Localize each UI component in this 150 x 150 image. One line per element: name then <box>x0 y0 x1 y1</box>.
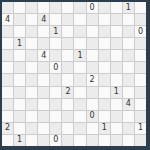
cell-r10c10[interactable] <box>123 123 134 134</box>
cell-r4c2[interactable] <box>26 50 37 61</box>
cell-r8c4[interactable] <box>50 99 61 110</box>
cell-r5c3[interactable] <box>38 62 49 73</box>
cell-r11c0[interactable] <box>2 135 13 146</box>
clue-r3c1-value-1[interactable]: 1 <box>14 38 25 49</box>
cell-r3c7[interactable] <box>87 38 98 49</box>
clue-r5c4-value-0[interactable]: 0 <box>50 62 61 73</box>
cell-r2c6[interactable] <box>74 26 85 37</box>
cell-r4c10[interactable] <box>123 50 134 61</box>
cell-r2c8[interactable] <box>99 26 110 37</box>
cell-r1c11[interactable] <box>135 14 146 25</box>
cell-r6c1[interactable] <box>14 74 25 85</box>
cell-r1c2[interactable] <box>26 14 37 25</box>
cell-r10c7[interactable] <box>87 123 98 134</box>
cell-r9c3[interactable] <box>38 111 49 122</box>
cell-r7c1[interactable] <box>14 87 25 98</box>
cell-r9c1[interactable] <box>14 111 25 122</box>
cell-r6c5[interactable] <box>62 74 73 85</box>
clue-r7c9-value-1[interactable]: 1 <box>111 87 122 98</box>
cell-r3c9[interactable] <box>111 38 122 49</box>
cell-r1c5[interactable] <box>62 14 73 25</box>
cell-r6c0[interactable] <box>2 74 13 85</box>
clue-r6c7-value-2[interactable]: 2 <box>87 74 98 85</box>
cell-r8c3[interactable] <box>38 99 49 110</box>
cell-r4c11[interactable] <box>135 50 146 61</box>
cell-r2c0[interactable] <box>2 26 13 37</box>
cell-r11c8[interactable] <box>99 135 110 146</box>
clue-r2c11-value-0[interactable]: 0 <box>135 26 146 37</box>
cell-r5c10[interactable] <box>123 62 134 73</box>
cell-r6c2[interactable] <box>26 74 37 85</box>
cell-r6c9[interactable] <box>111 74 122 85</box>
cell-r11c5[interactable] <box>62 135 73 146</box>
cell-r3c10[interactable] <box>123 38 134 49</box>
cell-r4c7[interactable] <box>87 50 98 61</box>
clue-r0c7-value-0[interactable]: 0 <box>87 2 98 13</box>
clue-r9c7-value-0[interactable]: 0 <box>87 111 98 122</box>
clue-r0c10-value-1[interactable]: 1 <box>123 2 134 13</box>
clue-r2c4-value-1[interactable]: 1 <box>50 26 61 37</box>
cell-r7c7[interactable] <box>87 87 98 98</box>
cell-r8c11[interactable] <box>135 99 146 110</box>
clue-r10c11-value-1[interactable]: 1 <box>135 123 146 134</box>
cell-r8c6[interactable] <box>74 99 85 110</box>
clue-r10c8-value-1[interactable]: 1 <box>99 123 110 134</box>
cell-r3c6[interactable] <box>74 38 85 49</box>
cell-r11c10[interactable] <box>123 135 134 146</box>
cell-r7c8[interactable] <box>99 87 110 98</box>
cell-r10c5[interactable] <box>62 123 73 134</box>
cell-r0c2[interactable] <box>26 2 37 13</box>
cell-r11c11[interactable] <box>135 135 146 146</box>
cell-r2c7[interactable] <box>87 26 98 37</box>
cell-r8c2[interactable] <box>26 99 37 110</box>
cell-r5c2[interactable] <box>26 62 37 73</box>
cell-r2c10[interactable] <box>123 26 134 37</box>
cell-r3c11[interactable] <box>135 38 146 49</box>
clue-r11c4-value-0[interactable]: 0 <box>50 135 61 146</box>
cell-r5c1[interactable] <box>14 62 25 73</box>
cell-r9c10[interactable] <box>123 111 134 122</box>
cell-r4c1[interactable] <box>14 50 25 61</box>
cell-r11c2[interactable] <box>26 135 37 146</box>
cell-r3c0[interactable] <box>2 38 13 49</box>
puzzle-board: 01441014102214021110 <box>0 0 150 150</box>
cell-r4c5[interactable] <box>62 50 73 61</box>
clue-r4c3-value-4[interactable]: 4 <box>38 50 49 61</box>
cell-r6c8[interactable] <box>99 74 110 85</box>
cell-r10c4[interactable] <box>50 123 61 134</box>
cell-r8c7[interactable] <box>87 99 98 110</box>
cell-r9c0[interactable] <box>2 111 13 122</box>
cell-r7c11[interactable] <box>135 87 146 98</box>
clue-r1c3-value-4[interactable]: 4 <box>38 14 49 25</box>
clue-r11c1-value-1[interactable]: 1 <box>14 135 25 146</box>
cell-r6c10[interactable] <box>123 74 134 85</box>
clue-r8c10-value-4[interactable]: 4 <box>123 99 134 110</box>
cell-r1c4[interactable] <box>50 14 61 25</box>
cell-r2c1[interactable] <box>14 26 25 37</box>
cell-r10c6[interactable] <box>74 123 85 134</box>
cell-r11c3[interactable] <box>38 135 49 146</box>
cell-r9c8[interactable] <box>99 111 110 122</box>
cell-r4c4[interactable] <box>50 50 61 61</box>
cell-r8c9[interactable] <box>111 99 122 110</box>
cell-r5c9[interactable] <box>111 62 122 73</box>
cell-r2c5[interactable] <box>62 26 73 37</box>
cell-r0c5[interactable] <box>62 2 73 13</box>
cell-r8c8[interactable] <box>99 99 110 110</box>
cell-r0c1[interactable] <box>14 2 25 13</box>
cell-r9c11[interactable] <box>135 111 146 122</box>
cell-r1c10[interactable] <box>123 14 134 25</box>
cell-r7c10[interactable] <box>123 87 134 98</box>
cell-r11c9[interactable] <box>111 135 122 146</box>
cell-r7c6[interactable] <box>74 87 85 98</box>
cell-r6c4[interactable] <box>50 74 61 85</box>
cell-r3c5[interactable] <box>62 38 73 49</box>
cell-r5c8[interactable] <box>99 62 110 73</box>
cell-r3c3[interactable] <box>38 38 49 49</box>
cell-r0c8[interactable] <box>99 2 110 13</box>
clue-r7c5-value-2[interactable]: 2 <box>62 87 73 98</box>
cell-r10c1[interactable] <box>14 123 25 134</box>
cell-r7c2[interactable] <box>26 87 37 98</box>
cell-r7c4[interactable] <box>50 87 61 98</box>
cell-r0c3[interactable] <box>38 2 49 13</box>
cell-r0c4[interactable] <box>50 2 61 13</box>
cell-r3c8[interactable] <box>99 38 110 49</box>
cell-r0c0[interactable] <box>2 2 13 13</box>
cell-r4c9[interactable] <box>111 50 122 61</box>
cell-r1c1[interactable] <box>14 14 25 25</box>
cell-r10c2[interactable] <box>26 123 37 134</box>
cell-r6c3[interactable] <box>38 74 49 85</box>
cell-r4c0[interactable] <box>2 50 13 61</box>
cell-r6c6[interactable] <box>74 74 85 85</box>
cell-r5c0[interactable] <box>2 62 13 73</box>
cell-r0c11[interactable] <box>135 2 146 13</box>
cell-r11c7[interactable] <box>87 135 98 146</box>
cell-r3c4[interactable] <box>50 38 61 49</box>
cell-r8c5[interactable] <box>62 99 73 110</box>
cell-r5c11[interactable] <box>135 62 146 73</box>
clue-r4c6-value-1[interactable]: 1 <box>74 50 85 61</box>
cell-r2c9[interactable] <box>111 26 122 37</box>
clue-r1c0-value-4[interactable]: 4 <box>2 14 13 25</box>
cell-r1c6[interactable] <box>74 14 85 25</box>
cell-r9c6[interactable] <box>74 111 85 122</box>
cell-r2c2[interactable] <box>26 26 37 37</box>
cell-r2c3[interactable] <box>38 26 49 37</box>
cell-r9c5[interactable] <box>62 111 73 122</box>
cell-r7c0[interactable] <box>2 87 13 98</box>
cell-r10c3[interactable] <box>38 123 49 134</box>
cell-r11c6[interactable] <box>74 135 85 146</box>
cell-r1c7[interactable] <box>87 14 98 25</box>
cell-r5c6[interactable] <box>74 62 85 73</box>
cell-r9c4[interactable] <box>50 111 61 122</box>
cell-r3c2[interactable] <box>26 38 37 49</box>
cell-r5c5[interactable] <box>62 62 73 73</box>
cell-r0c9[interactable] <box>111 2 122 13</box>
cell-r8c0[interactable] <box>2 99 13 110</box>
cell-r9c9[interactable] <box>111 111 122 122</box>
cell-r5c7[interactable] <box>87 62 98 73</box>
cell-r7c3[interactable] <box>38 87 49 98</box>
cell-r4c8[interactable] <box>99 50 110 61</box>
cell-r10c9[interactable] <box>111 123 122 134</box>
clue-r10c0-value-2[interactable]: 2 <box>2 123 13 134</box>
cell-r1c8[interactable] <box>99 14 110 25</box>
cell-r9c2[interactable] <box>26 111 37 122</box>
cell-r6c11[interactable] <box>135 74 146 85</box>
cell-r0c6[interactable] <box>74 2 85 13</box>
cell-r1c9[interactable] <box>111 14 122 25</box>
cell-r8c1[interactable] <box>14 99 25 110</box>
